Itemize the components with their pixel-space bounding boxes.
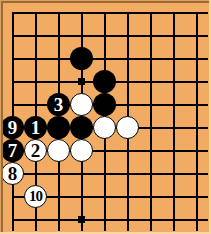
intersection-c9-r3 bbox=[185, 47, 208, 70]
intersection-c1-r7: 7 bbox=[1, 139, 24, 162]
move-number: 8 bbox=[8, 164, 18, 184]
intersection-c6-r8 bbox=[116, 162, 139, 185]
black-stone bbox=[70, 116, 93, 139]
intersection-c3-r2 bbox=[47, 24, 70, 47]
intersection-c7-r9 bbox=[139, 185, 162, 208]
intersection-c7-r7 bbox=[139, 139, 162, 162]
intersection-c3-r5: 3 bbox=[47, 93, 70, 116]
move-number: 7 bbox=[8, 141, 18, 161]
intersection-c1-r1 bbox=[1, 1, 24, 24]
intersection-c7-r4 bbox=[139, 70, 162, 93]
black-stone: 3 bbox=[47, 93, 70, 116]
intersection-c8-r4 bbox=[162, 70, 185, 93]
intersection-c3-r7 bbox=[47, 139, 70, 162]
intersection-c5-r8 bbox=[93, 162, 116, 185]
board-frame-bottom bbox=[0, 232, 211, 234]
intersection-c4-r1 bbox=[70, 1, 93, 24]
intersection-c8-r2 bbox=[162, 24, 185, 47]
intersection-c8-r8 bbox=[162, 162, 185, 185]
intersection-c9-r8 bbox=[185, 162, 208, 185]
intersection-c1-r3 bbox=[1, 47, 24, 70]
intersection-c2-r2 bbox=[24, 24, 47, 47]
intersection-c4-r5 bbox=[70, 93, 93, 116]
intersection-c2-r9: 10 bbox=[24, 185, 47, 208]
intersection-c2-r7: 2 bbox=[24, 139, 47, 162]
intersection-c9-r10 bbox=[185, 208, 208, 231]
white-stone: 8 bbox=[1, 162, 24, 185]
intersection-c4-r6 bbox=[70, 116, 93, 139]
intersection-c3-r3 bbox=[47, 47, 70, 70]
move-number: 10 bbox=[29, 189, 42, 205]
intersection-c3-r8 bbox=[47, 162, 70, 185]
intersection-c9-r9 bbox=[185, 185, 208, 208]
intersection-c1-r4 bbox=[1, 70, 24, 93]
intersection-c5-r9 bbox=[93, 185, 116, 208]
white-stone bbox=[93, 116, 116, 139]
intersection-c3-r9 bbox=[47, 185, 70, 208]
intersection-c9-r5 bbox=[185, 93, 208, 116]
black-stone bbox=[93, 70, 116, 93]
intersection-c4-r10 bbox=[70, 208, 93, 231]
intersection-c2-r1 bbox=[24, 1, 47, 24]
intersection-c7-r3 bbox=[139, 47, 162, 70]
intersection-c1-r2 bbox=[1, 24, 24, 47]
intersection-c2-r10 bbox=[24, 208, 47, 231]
intersection-c5-r5 bbox=[93, 93, 116, 116]
black-stone bbox=[70, 47, 93, 70]
intersection-c4-r2 bbox=[70, 24, 93, 47]
intersection-c6-r2 bbox=[116, 24, 139, 47]
intersection-c1-r9 bbox=[1, 185, 24, 208]
intersection-c6-r1 bbox=[116, 1, 139, 24]
go-board: 39172810 bbox=[0, 0, 211, 234]
black-stone: 1 bbox=[24, 116, 47, 139]
intersection-c3-r6 bbox=[47, 116, 70, 139]
intersection-c7-r6 bbox=[139, 116, 162, 139]
intersection-c1-r10 bbox=[1, 208, 24, 231]
white-stone bbox=[70, 93, 93, 116]
intersection-c2-r6: 1 bbox=[24, 116, 47, 139]
intersection-c2-r3 bbox=[24, 47, 47, 70]
black-stone: 9 bbox=[1, 116, 24, 139]
move-number: 3 bbox=[54, 95, 64, 115]
white-stone bbox=[47, 139, 70, 162]
intersection-c3-r4 bbox=[47, 70, 70, 93]
black-stone bbox=[47, 116, 70, 139]
move-number: 1 bbox=[31, 118, 41, 138]
intersection-c6-r4 bbox=[116, 70, 139, 93]
intersection-c5-r6 bbox=[93, 116, 116, 139]
intersection-c1-r8: 8 bbox=[1, 162, 24, 185]
intersection-c2-r8 bbox=[24, 162, 47, 185]
intersection-c6-r10 bbox=[116, 208, 139, 231]
star-point bbox=[78, 216, 85, 223]
intersection-c5-r2 bbox=[93, 24, 116, 47]
intersection-c6-r9 bbox=[116, 185, 139, 208]
intersection-c8-r5 bbox=[162, 93, 185, 116]
intersection-c2-r5 bbox=[24, 93, 47, 116]
intersection-c7-r5 bbox=[139, 93, 162, 116]
intersection-c8-r10 bbox=[162, 208, 185, 231]
intersection-c1-r6: 9 bbox=[1, 116, 24, 139]
intersection-c3-r1 bbox=[47, 1, 70, 24]
star-point bbox=[78, 78, 85, 85]
intersection-c5-r10 bbox=[93, 208, 116, 231]
black-stone bbox=[93, 93, 116, 116]
intersection-c6-r6 bbox=[116, 116, 139, 139]
intersection-c8-r3 bbox=[162, 47, 185, 70]
intersection-c8-r9 bbox=[162, 185, 185, 208]
intersection-c1-r5 bbox=[1, 93, 24, 116]
intersection-c9-r1 bbox=[185, 1, 208, 24]
white-stone bbox=[116, 116, 139, 139]
intersection-c7-r8 bbox=[139, 162, 162, 185]
intersection-c8-r6 bbox=[162, 116, 185, 139]
intersection-c7-r1 bbox=[139, 1, 162, 24]
intersection-c8-r1 bbox=[162, 1, 185, 24]
intersection-c4-r9 bbox=[70, 185, 93, 208]
white-stone: 2 bbox=[24, 139, 47, 162]
intersection-c7-r10 bbox=[139, 208, 162, 231]
intersection-c5-r7 bbox=[93, 139, 116, 162]
board-frame-left bbox=[1, 1, 3, 234]
intersection-c4-r8 bbox=[70, 162, 93, 185]
intersection-c2-r4 bbox=[24, 70, 47, 93]
intersection-c5-r4 bbox=[93, 70, 116, 93]
white-stone bbox=[70, 139, 93, 162]
intersection-c4-r4 bbox=[70, 70, 93, 93]
intersection-c5-r3 bbox=[93, 47, 116, 70]
intersection-c4-r3 bbox=[70, 47, 93, 70]
intersection-c5-r1 bbox=[93, 1, 116, 24]
black-stone: 7 bbox=[1, 139, 24, 162]
move-number: 9 bbox=[8, 118, 18, 138]
intersection-c9-r4 bbox=[185, 70, 208, 93]
intersection-c4-r7 bbox=[70, 139, 93, 162]
intersection-c6-r5 bbox=[116, 93, 139, 116]
intersection-c8-r7 bbox=[162, 139, 185, 162]
intersection-c9-r7 bbox=[185, 139, 208, 162]
intersection-c3-r10 bbox=[47, 208, 70, 231]
intersection-c6-r7 bbox=[116, 139, 139, 162]
intersection-c9-r6 bbox=[185, 116, 208, 139]
move-number: 2 bbox=[31, 141, 41, 161]
intersection-c9-r2 bbox=[185, 24, 208, 47]
white-stone: 10 bbox=[24, 185, 47, 208]
board-frame-top bbox=[0, 1, 211, 3]
go-board-grid: 39172810 bbox=[1, 1, 208, 231]
intersection-c7-r2 bbox=[139, 24, 162, 47]
board-frame-right bbox=[209, 0, 211, 234]
intersection-c6-r3 bbox=[116, 47, 139, 70]
